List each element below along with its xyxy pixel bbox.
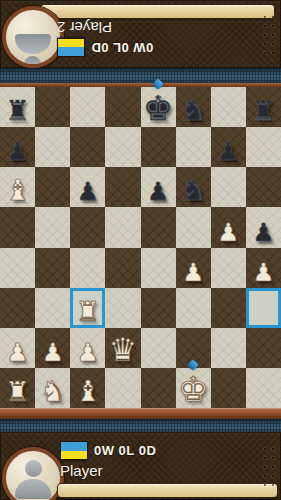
square-c2[interactable]: ♟ — [70, 328, 105, 368]
decor-dots-top — [263, 15, 278, 61]
square-g6[interactable] — [211, 167, 246, 207]
piece-white-bishop[interactable]: ♝ — [70, 377, 105, 406]
square-c6[interactable]: ♟ — [70, 167, 105, 207]
square-h7[interactable] — [246, 127, 281, 167]
person-icon — [6, 19, 60, 68]
square-a7[interactable]: ♟ — [0, 127, 35, 167]
top-player-timer-bar — [40, 4, 275, 19]
chess-board[interactable]: ♜♚♞♜♟♟♝♟♟♞♟♟♟♟♜♟♟♟♛♜♞♝♚ — [0, 87, 281, 408]
square-d5[interactable] — [105, 207, 140, 247]
square-h6[interactable] — [246, 167, 281, 207]
square-h8[interactable]: ♜ — [246, 87, 281, 127]
square-b4[interactable] — [35, 248, 70, 288]
square-e5[interactable] — [141, 207, 176, 247]
piece-white-knight[interactable]: ♞ — [35, 377, 70, 406]
piece-black-knight[interactable]: ♞ — [176, 96, 211, 125]
decor-dots-bottom — [263, 447, 278, 493]
square-c4[interactable] — [70, 248, 105, 288]
piece-white-bishop[interactable]: ♝ — [0, 176, 35, 205]
piece-white-pawn[interactable]: ♟ — [211, 220, 246, 245]
square-d8[interactable] — [105, 87, 140, 127]
piece-black-pawn[interactable]: ♟ — [246, 220, 281, 245]
square-e4[interactable] — [141, 248, 176, 288]
square-c7[interactable] — [70, 127, 105, 167]
square-g1[interactable] — [211, 368, 246, 408]
square-g5[interactable]: ♟ — [211, 207, 246, 247]
square-b8[interactable] — [35, 87, 70, 127]
square-b3[interactable] — [35, 288, 70, 328]
chess-app-screen: 0W 0L 0D Player 2 ♜♚♞♜♟♟♝♟♟♞♟♟♟♟♜♟♟♟♛♜♞♝… — [0, 0, 281, 500]
top-player-bar: 0W 0L 0D Player 2 — [0, 0, 281, 68]
piece-black-rook[interactable]: ♜ — [0, 97, 35, 124]
top-player-info: 0W 0L 0D Player 2 — [57, 19, 209, 57]
square-f6[interactable]: ♞ — [176, 167, 211, 207]
square-e7[interactable] — [141, 127, 176, 167]
piece-white-king[interactable]: ♚ — [176, 372, 211, 406]
square-d6[interactable] — [105, 167, 140, 207]
piece-black-pawn[interactable]: ♟ — [0, 139, 35, 164]
piece-black-king[interactable]: ♚ — [141, 91, 176, 125]
piece-white-pawn[interactable]: ♟ — [35, 340, 70, 365]
ukraine-flag-icon — [57, 38, 85, 57]
ukraine-flag-icon — [60, 441, 88, 460]
piece-white-pawn[interactable]: ♟ — [176, 260, 211, 285]
square-a8[interactable]: ♜ — [0, 87, 35, 127]
bottom-player-record: 0W 0L 0D — [94, 443, 156, 458]
square-e2[interactable] — [141, 328, 176, 368]
piece-black-pawn[interactable]: ♟ — [211, 139, 246, 164]
square-h2[interactable] — [246, 328, 281, 368]
piece-black-pawn[interactable]: ♟ — [141, 179, 176, 204]
square-d1[interactable] — [105, 368, 140, 408]
square-a3[interactable] — [0, 288, 35, 328]
square-g8[interactable] — [211, 87, 246, 127]
piece-black-knight[interactable]: ♞ — [176, 176, 211, 205]
square-a1[interactable]: ♜ — [0, 368, 35, 408]
bottom-player-name: Player — [60, 462, 156, 479]
square-h3[interactable] — [246, 288, 281, 328]
square-g4[interactable] — [211, 248, 246, 288]
square-a5[interactable] — [0, 207, 35, 247]
square-b7[interactable] — [35, 127, 70, 167]
piece-black-rook[interactable]: ♜ — [246, 97, 281, 124]
square-c1[interactable]: ♝ — [70, 368, 105, 408]
square-b5[interactable] — [35, 207, 70, 247]
person-icon — [6, 460, 60, 500]
square-f8[interactable]: ♞ — [176, 87, 211, 127]
top-player-name: Player 2 — [57, 19, 209, 36]
bottom-player-bar: 0W 0L 0D Player — [0, 432, 281, 500]
piece-black-pawn[interactable]: ♟ — [70, 179, 105, 204]
square-f1[interactable]: ♚ — [176, 368, 211, 408]
bottom-player-timer-bar — [57, 483, 278, 498]
bottom-player-avatar[interactable] — [2, 447, 64, 500]
piece-white-rook[interactable]: ♜ — [70, 298, 105, 325]
square-c5[interactable] — [70, 207, 105, 247]
square-e1[interactable] — [141, 368, 176, 408]
square-g7[interactable]: ♟ — [211, 127, 246, 167]
square-d4[interactable] — [105, 248, 140, 288]
square-h4[interactable]: ♟ — [246, 248, 281, 288]
piece-white-rook[interactable]: ♜ — [0, 378, 35, 405]
square-d2[interactable]: ♛ — [105, 328, 140, 368]
square-f5[interactable] — [176, 207, 211, 247]
square-d7[interactable] — [105, 127, 140, 167]
square-f7[interactable] — [176, 127, 211, 167]
square-b2[interactable]: ♟ — [35, 328, 70, 368]
square-b1[interactable]: ♞ — [35, 368, 70, 408]
top-player-record: 0W 0L 0D — [91, 40, 153, 55]
square-h5[interactable]: ♟ — [246, 207, 281, 247]
square-c8[interactable] — [70, 87, 105, 127]
square-a6[interactable]: ♝ — [0, 167, 35, 207]
square-g3[interactable] — [211, 288, 246, 328]
square-g2[interactable] — [211, 328, 246, 368]
square-e8[interactable]: ♚ — [141, 87, 176, 127]
square-e6[interactable]: ♟ — [141, 167, 176, 207]
square-a2[interactable]: ♟ — [0, 328, 35, 368]
square-b6[interactable] — [35, 167, 70, 207]
bottom-player-info: 0W 0L 0D Player — [60, 441, 156, 479]
piece-white-pawn[interactable]: ♟ — [0, 340, 35, 365]
piece-white-pawn[interactable]: ♟ — [246, 260, 281, 285]
square-h1[interactable] — [246, 368, 281, 408]
square-f3[interactable] — [176, 288, 211, 328]
board-frame-bottom — [0, 408, 281, 419]
square-e3[interactable] — [141, 288, 176, 328]
square-c3[interactable]: ♜ — [70, 288, 105, 328]
square-d3[interactable] — [105, 288, 140, 328]
piece-white-pawn[interactable]: ♟ — [70, 340, 105, 365]
piece-white-queen[interactable]: ♛ — [105, 334, 140, 366]
square-f4[interactable]: ♟ — [176, 248, 211, 288]
square-a4[interactable] — [0, 248, 35, 288]
top-player-avatar[interactable] — [2, 6, 64, 68]
